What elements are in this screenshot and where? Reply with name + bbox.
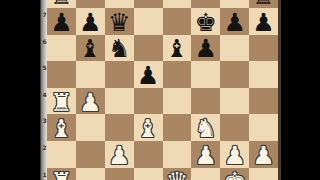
square-g2[interactable]: ♟ (220, 141, 249, 168)
square-b6[interactable]: ♝ (76, 35, 105, 62)
black-pawn-d5: ♟ (137, 63, 159, 88)
black-pawn-h7: ♟ (252, 10, 274, 35)
square-h3[interactable] (249, 114, 278, 141)
square-e4[interactable] (163, 88, 192, 115)
square-h6[interactable] (249, 35, 278, 62)
rank-coordinates: 87654321 (40, 0, 47, 180)
square-c2[interactable]: ♟ (105, 141, 134, 168)
square-a3[interactable]: ♝ (47, 114, 76, 141)
square-a6[interactable] (47, 35, 76, 62)
square-e8[interactable] (163, 0, 192, 8)
square-d1[interactable] (134, 168, 163, 180)
square-g7[interactable]: ♟ (220, 8, 249, 35)
square-h7[interactable]: ♟ (249, 8, 278, 35)
black-pawn-f6: ♟ (195, 36, 217, 61)
white-queen-e1: ♛ (166, 169, 188, 180)
black-knight-c6: ♞ (108, 36, 130, 61)
white-rook-a1: ♜ (50, 169, 72, 180)
square-a7[interactable]: ♟ (47, 8, 76, 35)
black-pawn-a7: ♟ (50, 10, 72, 35)
square-g3[interactable] (220, 114, 249, 141)
white-pawn-h2: ♟ (252, 143, 274, 168)
square-d6[interactable] (134, 35, 163, 62)
square-c8[interactable] (105, 0, 134, 8)
square-h8[interactable]: ♜ (249, 0, 278, 8)
square-e2[interactable] (163, 141, 192, 168)
black-pawn-g7: ♟ (223, 10, 245, 35)
white-king-g1: ♚ (223, 169, 245, 180)
black-queen-c7: ♛ (108, 10, 130, 35)
square-h2[interactable]: ♟ (249, 141, 278, 168)
white-pawn-b4: ♟ (79, 90, 101, 115)
white-bishop-d3: ♝ (137, 116, 159, 141)
square-d8[interactable] (134, 0, 163, 8)
square-a5[interactable] (47, 61, 76, 88)
square-c6[interactable]: ♞ (105, 35, 134, 62)
white-pawn-f2: ♟ (195, 143, 217, 168)
black-king-f7: ♚ (195, 10, 217, 35)
square-e5[interactable] (163, 61, 192, 88)
white-knight-f3: ♞ (195, 116, 217, 141)
square-b3[interactable] (76, 114, 105, 141)
video-frame: 87654321 ♜♜♟♟♛♚♟♟♝♞♝♟♟♜♟♝♝♞♟♟♟♟♜♛♚ (0, 0, 320, 180)
square-d4[interactable] (134, 88, 163, 115)
square-h4[interactable] (249, 88, 278, 115)
square-c4[interactable] (105, 88, 134, 115)
square-h5[interactable] (249, 61, 278, 88)
black-bishop-b6: ♝ (79, 36, 101, 61)
square-a4[interactable]: ♜ (47, 88, 76, 115)
square-d2[interactable] (134, 141, 163, 168)
square-a2[interactable] (47, 141, 76, 168)
white-bishop-a3: ♝ (50, 116, 72, 141)
black-pawn-b7: ♟ (79, 10, 101, 35)
square-f3[interactable]: ♞ (191, 114, 220, 141)
white-pawn-c2: ♟ (108, 143, 130, 168)
square-b5[interactable] (76, 61, 105, 88)
chess-board: 87654321 ♜♜♟♟♛♚♟♟♝♞♝♟♟♜♟♝♝♞♟♟♟♟♜♛♚ (40, 0, 281, 180)
square-g8[interactable] (220, 0, 249, 8)
board-grid: ♜♜♟♟♛♚♟♟♝♞♝♟♟♜♟♝♝♞♟♟♟♟♜♛♚ (47, 0, 281, 180)
square-f8[interactable] (191, 0, 220, 8)
square-c7[interactable]: ♛ (105, 8, 134, 35)
square-d3[interactable]: ♝ (134, 114, 163, 141)
square-b7[interactable]: ♟ (76, 8, 105, 35)
square-g6[interactable] (220, 35, 249, 62)
square-b1[interactable] (76, 168, 105, 180)
white-pawn-g2: ♟ (223, 143, 245, 168)
square-b8[interactable] (76, 0, 105, 8)
black-bishop-e6: ♝ (166, 36, 188, 61)
square-a1[interactable]: ♜ (47, 168, 76, 180)
square-g4[interactable] (220, 88, 249, 115)
square-d7[interactable] (134, 8, 163, 35)
square-f6[interactable]: ♟ (191, 35, 220, 62)
square-e7[interactable] (163, 8, 192, 35)
square-c3[interactable] (105, 114, 134, 141)
square-f2[interactable]: ♟ (191, 141, 220, 168)
square-b2[interactable] (76, 141, 105, 168)
square-e6[interactable]: ♝ (163, 35, 192, 62)
square-d5[interactable]: ♟ (134, 61, 163, 88)
square-a8[interactable]: ♜ (47, 0, 76, 8)
square-c5[interactable] (105, 61, 134, 88)
square-g5[interactable] (220, 61, 249, 88)
square-f5[interactable] (191, 61, 220, 88)
white-rook-a4: ♜ (50, 90, 72, 115)
square-e1[interactable]: ♛ (163, 168, 192, 180)
square-e3[interactable] (163, 114, 192, 141)
square-b4[interactable]: ♟ (76, 88, 105, 115)
square-f7[interactable]: ♚ (191, 8, 220, 35)
square-g1[interactable]: ♚ (220, 168, 249, 180)
square-f4[interactable] (191, 88, 220, 115)
